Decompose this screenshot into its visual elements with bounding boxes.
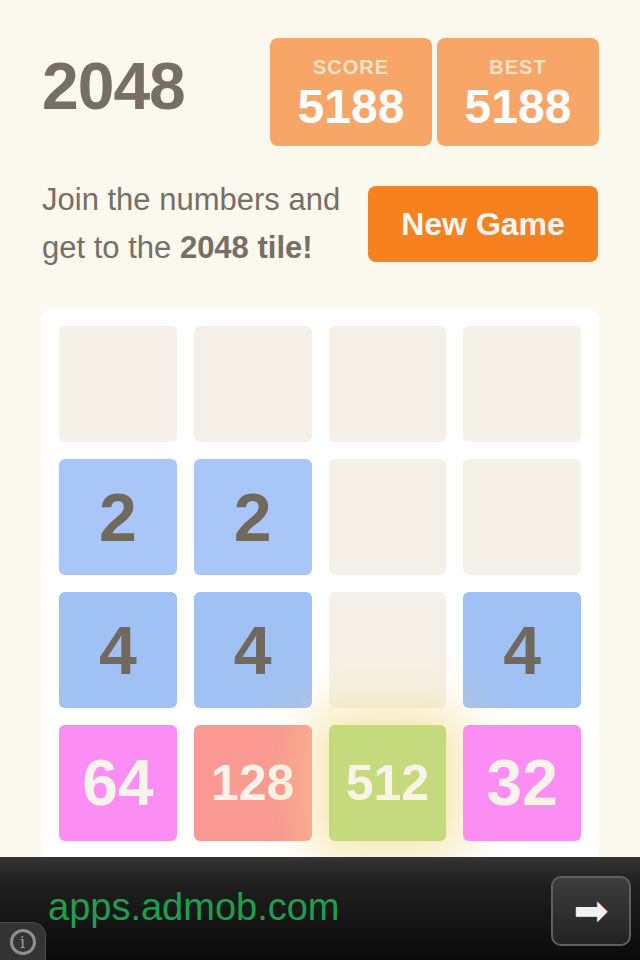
tile-2: 2	[194, 459, 312, 575]
tile-512: 512	[329, 725, 447, 841]
intro-goal: 2048 tile!	[180, 230, 313, 265]
tile-4: 4	[59, 592, 177, 708]
tile-4: 4	[463, 592, 581, 708]
empty-cell	[463, 326, 581, 442]
best-value: 5188	[465, 83, 572, 131]
empty-cell	[59, 326, 177, 442]
empty-cell	[329, 459, 447, 575]
tile-2: 2	[59, 459, 177, 575]
score-value: 5188	[298, 83, 405, 131]
new-game-button[interactable]: New Game	[368, 186, 598, 262]
empty-cell	[194, 326, 312, 442]
empty-cell	[463, 459, 581, 575]
right-arrow-icon: ➡	[573, 890, 608, 932]
best-box: BEST 5188	[437, 38, 599, 146]
intro-text: Join the numbers and get to the 2048 til…	[42, 176, 340, 272]
tile-4: 4	[194, 592, 312, 708]
game-board[interactable]: 224446412851232	[41, 308, 599, 862]
intro-line2: get to the	[42, 230, 180, 265]
score-panel: SCORE 5188 BEST 5188	[270, 38, 599, 146]
best-label: BEST	[489, 56, 546, 79]
score-label: SCORE	[313, 56, 389, 79]
empty-cell	[329, 592, 447, 708]
ad-info-button[interactable]: i	[0, 922, 46, 960]
tile-128: 128	[194, 725, 312, 841]
ad-arrow-button[interactable]: ➡	[551, 876, 631, 946]
tile-64: 64	[59, 725, 177, 841]
score-box: SCORE 5188	[270, 38, 432, 146]
info-icon: i	[10, 929, 36, 955]
intro-line1: Join the numbers and	[42, 182, 340, 217]
ad-banner[interactable]: apps.admob.com ➡	[0, 857, 640, 960]
ad-link[interactable]: apps.admob.com	[48, 885, 340, 929]
empty-cell	[329, 326, 447, 442]
app-title: 2048	[42, 50, 185, 122]
tile-32: 32	[463, 725, 581, 841]
